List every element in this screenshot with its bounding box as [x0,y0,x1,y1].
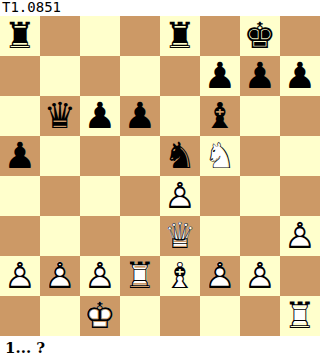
square-b8[interactable] [40,16,80,56]
piece-black-king: ♚ [240,16,280,56]
black-piece-glyph: ♝ [200,96,240,136]
square-a7[interactable] [0,56,40,96]
square-b7[interactable] [40,56,80,96]
white-piece-outline: ♙ [0,256,40,296]
white-piece-outline: ♖ [120,256,160,296]
black-piece-glyph: ♟ [200,56,240,96]
square-g2[interactable]: ♟♙ [240,256,280,296]
square-d7[interactable] [120,56,160,96]
square-c4[interactable] [80,176,120,216]
black-piece-glyph: ♛ [40,96,80,136]
square-h7[interactable]: ♟ [280,56,320,96]
black-piece-glyph: ♜ [0,16,40,56]
square-h1[interactable]: ♜♖ [280,296,320,336]
square-g7[interactable]: ♟ [240,56,280,96]
white-piece-outline: ♙ [40,256,80,296]
square-d1[interactable] [120,296,160,336]
white-piece-outline: ♕ [160,216,200,256]
piece-white-bishop: ♝♗ [160,256,200,296]
square-d8[interactable] [120,16,160,56]
square-c3[interactable] [80,216,120,256]
piece-white-knight: ♞♘ [200,136,240,176]
square-c2[interactable]: ♟♙ [80,256,120,296]
white-piece-outline: ♙ [160,176,200,216]
piece-black-rook: ♜ [0,16,40,56]
square-a4[interactable] [0,176,40,216]
square-f1[interactable] [200,296,240,336]
piece-black-bishop: ♝ [200,96,240,136]
piece-black-pawn: ♟ [0,136,40,176]
black-piece-glyph: ♟ [80,96,120,136]
square-b3[interactable] [40,216,80,256]
square-d6[interactable]: ♟ [120,96,160,136]
square-g3[interactable] [240,216,280,256]
piece-black-pawn: ♟ [240,56,280,96]
piece-black-queen: ♛ [40,96,80,136]
square-a6[interactable] [0,96,40,136]
black-piece-glyph: ♜ [160,16,200,56]
piece-white-pawn: ♟♙ [160,176,200,216]
square-b2[interactable]: ♟♙ [40,256,80,296]
square-g6[interactable] [240,96,280,136]
square-d3[interactable] [120,216,160,256]
square-e5[interactable]: ♞ [160,136,200,176]
white-piece-outline: ♙ [80,256,120,296]
black-piece-glyph: ♟ [120,96,160,136]
square-c8[interactable] [80,16,120,56]
white-piece-outline: ♗ [160,256,200,296]
chess-board: ♜♜♚♟♟♟♛♟♟♝♟♞♞♘♟♙♛♕♟♙♟♙♟♙♟♙♜♖♝♗♟♙♟♙♚♔♜♖ [0,16,320,336]
square-c7[interactable] [80,56,120,96]
white-piece-outline: ♙ [240,256,280,296]
piece-white-rook: ♜♖ [280,296,320,336]
black-piece-glyph: ♚ [240,16,280,56]
piece-white-pawn: ♟♙ [280,216,320,256]
black-piece-glyph: ♟ [240,56,280,96]
piece-white-queen: ♛♕ [160,216,200,256]
square-e4[interactable]: ♟♙ [160,176,200,216]
square-e2[interactable]: ♝♗ [160,256,200,296]
square-f8[interactable] [200,16,240,56]
piece-white-king: ♚♔ [80,296,120,336]
square-h4[interactable] [280,176,320,216]
square-e1[interactable] [160,296,200,336]
square-d4[interactable] [120,176,160,216]
square-h8[interactable] [280,16,320,56]
square-f6[interactable]: ♝ [200,96,240,136]
square-b5[interactable] [40,136,80,176]
square-h2[interactable] [280,256,320,296]
square-a1[interactable] [0,296,40,336]
square-g1[interactable] [240,296,280,336]
square-d2[interactable]: ♜♖ [120,256,160,296]
piece-black-rook: ♜ [160,16,200,56]
square-e3[interactable]: ♛♕ [160,216,200,256]
square-a3[interactable] [0,216,40,256]
square-e6[interactable] [160,96,200,136]
square-h5[interactable] [280,136,320,176]
white-piece-outline: ♙ [200,256,240,296]
piece-black-pawn: ♟ [120,96,160,136]
square-c6[interactable]: ♟ [80,96,120,136]
puzzle-id: T1.0851 [0,0,320,16]
piece-white-pawn: ♟♙ [40,256,80,296]
piece-white-pawn: ♟♙ [80,256,120,296]
square-b4[interactable] [40,176,80,216]
piece-white-pawn: ♟♙ [0,256,40,296]
square-d5[interactable] [120,136,160,176]
square-e8[interactable]: ♜ [160,16,200,56]
white-piece-outline: ♔ [80,296,120,336]
square-e7[interactable] [160,56,200,96]
black-piece-glyph: ♟ [0,136,40,176]
piece-black-pawn: ♟ [80,96,120,136]
square-b1[interactable] [40,296,80,336]
square-a2[interactable]: ♟♙ [0,256,40,296]
piece-black-pawn: ♟ [200,56,240,96]
square-g4[interactable] [240,176,280,216]
square-f7[interactable]: ♟ [200,56,240,96]
square-f2[interactable]: ♟♙ [200,256,240,296]
square-g8[interactable]: ♚ [240,16,280,56]
square-a5[interactable]: ♟ [0,136,40,176]
square-h3[interactable]: ♟♙ [280,216,320,256]
square-f4[interactable] [200,176,240,216]
white-piece-outline: ♖ [280,296,320,336]
white-piece-outline: ♙ [280,216,320,256]
white-piece-outline: ♘ [200,136,240,176]
black-piece-glyph: ♟ [280,56,320,96]
square-g5[interactable] [240,136,280,176]
piece-white-pawn: ♟♙ [200,256,240,296]
square-f5[interactable]: ♞♘ [200,136,240,176]
square-a8[interactable]: ♜ [0,16,40,56]
square-f3[interactable] [200,216,240,256]
piece-black-knight: ♞ [160,136,200,176]
piece-white-pawn: ♟♙ [240,256,280,296]
square-c5[interactable] [80,136,120,176]
square-b6[interactable]: ♛ [40,96,80,136]
piece-white-rook: ♜♖ [120,256,160,296]
chess-puzzle-app: T1.0851 ♜♜♚♟♟♟♛♟♟♝♟♞♞♘♟♙♛♕♟♙♟♙♟♙♟♙♜♖♝♗♟♙… [0,0,320,360]
move-prompt: 1... ? [0,336,320,360]
square-c1[interactable]: ♚♔ [80,296,120,336]
black-piece-glyph: ♞ [160,136,200,176]
square-h6[interactable] [280,96,320,136]
piece-black-pawn: ♟ [280,56,320,96]
